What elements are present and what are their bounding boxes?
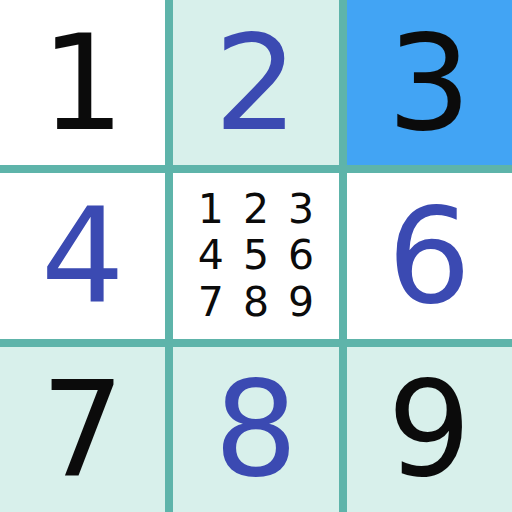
note-digit: 9 [279,279,324,325]
cell-value: 9 [387,363,471,495]
cell-r2c1[interactable]: 4 [0,173,165,338]
cell-r1c2[interactable]: 2 [173,0,338,165]
cell-value: 2 [214,17,298,149]
cell-value: 4 [41,190,125,322]
cell-value: 6 [387,190,471,322]
cell-value: 3 [387,17,471,149]
cell-value: 8 [214,363,298,495]
note-digit: 2 [233,186,278,232]
note-digit: 6 [279,233,324,279]
note-digit: 8 [233,279,278,325]
cell-value: 1 [41,17,125,149]
cell-r1c3-selected[interactable]: 3 [347,0,512,165]
cell-r1c1[interactable]: 1 [0,0,165,165]
note-digit: 3 [279,186,324,232]
cell-r3c3[interactable]: 9 [347,347,512,512]
sudoku-board: 1 2 3 4 1 2 3 4 5 6 7 8 9 6 7 8 9 [0,0,512,512]
cell-value: 7 [41,363,125,495]
cell-r2c3[interactable]: 6 [347,173,512,338]
cell-r3c1[interactable]: 7 [0,347,165,512]
note-digit: 1 [188,186,233,232]
cell-r2c2[interactable]: 1 2 3 4 5 6 7 8 9 [173,173,338,338]
note-digit: 4 [188,233,233,279]
cell-r3c2[interactable]: 8 [173,347,338,512]
note-digit: 7 [188,279,233,325]
note-digit: 5 [233,233,278,279]
pencil-notes: 1 2 3 4 5 6 7 8 9 [173,173,338,338]
